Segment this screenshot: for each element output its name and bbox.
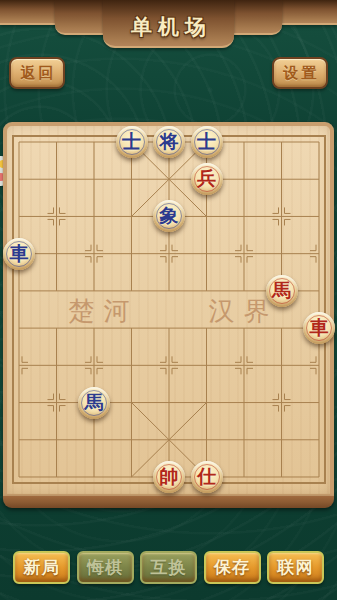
piece-red-pawn[interactable]: 兵 [191, 163, 223, 195]
back-button[interactable]: 返回 [9, 57, 65, 89]
xiangqi-board[interactable]: 楚河 汉界 士将士兵象車馬車馬帥仕 [3, 122, 334, 508]
piece-glyph: 車 [310, 315, 329, 341]
piece-glyph: 仕 [197, 464, 216, 490]
settings-button[interactable]: 设置 [272, 57, 328, 89]
save-button[interactable]: 保存 [204, 551, 261, 584]
piece-glyph: 馬 [272, 278, 291, 304]
undo-button[interactable]: 悔棋 [77, 551, 134, 584]
river-label-chu: 楚河 [60, 294, 139, 329]
piece-black-general[interactable]: 将 [153, 126, 185, 158]
board-grid [3, 122, 334, 508]
piece-black-advisor[interactable]: 士 [191, 126, 223, 158]
piece-glyph: 士 [197, 129, 216, 155]
piece-glyph: 士 [122, 129, 141, 155]
piece-glyph: 兵 [197, 166, 216, 192]
new-game-button[interactable]: 新局 [13, 551, 70, 584]
piece-black-elephant[interactable]: 象 [153, 200, 185, 232]
toolbar: 新局 悔棋 互换 保存 联网 [13, 551, 324, 584]
piece-glyph: 車 [10, 241, 29, 267]
game-screen: 单机场 返回 设置 楚河 汉界 士将士兵象車馬車馬帥仕 新局 悔棋 互换 保存 … [0, 0, 337, 600]
piece-black-horse[interactable]: 馬 [78, 387, 110, 419]
piece-red-chariot[interactable]: 車 [303, 312, 335, 344]
piece-glyph: 帥 [160, 464, 179, 490]
piece-black-advisor[interactable]: 士 [116, 126, 148, 158]
piece-glyph: 象 [160, 203, 179, 229]
piece-red-horse[interactable]: 馬 [266, 275, 298, 307]
piece-black-chariot[interactable]: 車 [3, 238, 35, 270]
piece-glyph: 将 [160, 129, 179, 155]
online-button[interactable]: 联网 [267, 551, 324, 584]
piece-red-general[interactable]: 帥 [153, 461, 185, 493]
page-title: 单机场 [0, 13, 337, 41]
swap-sides-button[interactable]: 互换 [140, 551, 197, 584]
piece-glyph: 馬 [85, 390, 104, 416]
piece-red-advisor[interactable]: 仕 [191, 461, 223, 493]
